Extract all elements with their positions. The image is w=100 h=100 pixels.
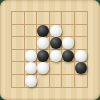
- white-stone[interactable]: [25, 75, 37, 87]
- board-cell[interactable]: [12, 75, 25, 88]
- board-cell[interactable]: [12, 25, 25, 38]
- board-cell[interactable]: [12, 62, 25, 75]
- board-cell[interactable]: [62, 25, 75, 38]
- white-stone[interactable]: [50, 25, 62, 37]
- board-cell[interactable]: [12, 50, 25, 63]
- board-cell[interactable]: [75, 37, 88, 50]
- board-cell[interactable]: [25, 25, 38, 38]
- board-cell[interactable]: [25, 37, 38, 50]
- go-board[interactable]: [0, 0, 100, 100]
- board-cell[interactable]: [50, 75, 63, 88]
- white-stone[interactable]: [50, 50, 62, 62]
- board-cell[interactable]: [62, 75, 75, 88]
- board-cell[interactable]: [62, 12, 75, 25]
- board-cell[interactable]: [62, 62, 75, 75]
- board-cell[interactable]: [37, 75, 50, 88]
- black-stone[interactable]: [37, 50, 49, 62]
- board-cell[interactable]: [75, 12, 88, 25]
- board-cell[interactable]: [50, 12, 63, 25]
- black-stone[interactable]: [75, 62, 87, 74]
- board-grid-lines: [11, 11, 88, 88]
- black-stone[interactable]: [37, 25, 49, 37]
- board-cell[interactable]: [37, 12, 50, 25]
- white-stone[interactable]: [75, 50, 87, 62]
- board-cell[interactable]: [75, 25, 88, 38]
- white-stone[interactable]: [25, 50, 37, 62]
- board-cell[interactable]: [12, 37, 25, 50]
- board-cell[interactable]: [50, 62, 63, 75]
- board-cell[interactable]: [25, 12, 38, 25]
- white-stone[interactable]: [25, 62, 37, 74]
- board-cell[interactable]: [75, 75, 88, 88]
- board-cell[interactable]: [12, 12, 25, 25]
- black-stone[interactable]: [62, 50, 74, 62]
- black-stone[interactable]: [50, 37, 62, 49]
